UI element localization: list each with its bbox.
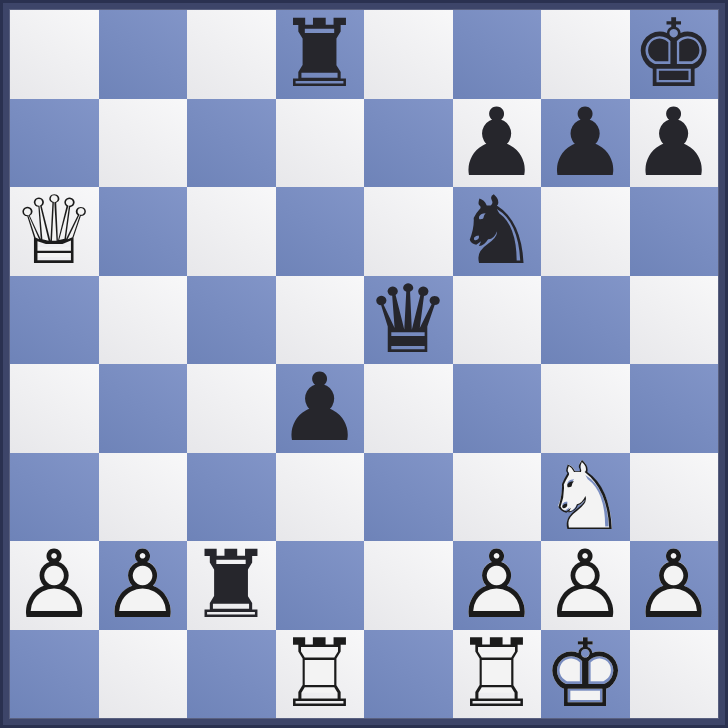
square-e8[interactable] — [364, 10, 453, 99]
black-knight-icon: ♞ — [453, 187, 542, 276]
piece-white-queen[interactable]: ♛♕ — [10, 187, 99, 276]
square-a6[interactable]: ♛♕ — [10, 187, 99, 276]
square-a4[interactable] — [10, 364, 99, 453]
piece-white-knight[interactable]: ♞♘ — [541, 453, 630, 542]
square-e5[interactable]: ♛ — [364, 276, 453, 365]
black-king-icon: ♚ — [630, 10, 719, 99]
white-rook-outline-icon: ♖ — [276, 630, 365, 719]
piece-white-pawn[interactable]: ♟♙ — [99, 541, 188, 630]
piece-white-rook[interactable]: ♜♖ — [453, 630, 542, 719]
square-e2[interactable] — [364, 541, 453, 630]
square-c6[interactable] — [187, 187, 276, 276]
square-g1[interactable]: ♚♔ — [541, 630, 630, 719]
piece-black-king[interactable]: ♚ — [630, 10, 719, 99]
piece-black-pawn[interactable]: ♟ — [630, 99, 719, 188]
square-e3[interactable] — [364, 453, 453, 542]
white-pawn-outline-icon: ♙ — [541, 541, 630, 630]
square-h7[interactable]: ♟ — [630, 99, 719, 188]
square-c2[interactable]: ♜ — [187, 541, 276, 630]
square-f3[interactable] — [453, 453, 542, 542]
square-a8[interactable] — [10, 10, 99, 99]
square-f7[interactable]: ♟ — [453, 99, 542, 188]
black-rook-icon: ♜ — [276, 10, 365, 99]
white-pawn-icon: ♟ — [453, 541, 542, 630]
square-h3[interactable] — [630, 453, 719, 542]
white-king-icon: ♚ — [541, 630, 630, 719]
piece-black-pawn[interactable]: ♟ — [541, 99, 630, 188]
square-d1[interactable]: ♜♖ — [276, 630, 365, 719]
square-f1[interactable]: ♜♖ — [453, 630, 542, 719]
square-g5[interactable] — [541, 276, 630, 365]
piece-black-pawn[interactable]: ♟ — [453, 99, 542, 188]
board-border: ♜♚♟♟♟♛♕♞♛♟♞♘♟♙♟♙♜♟♙♟♙♟♙♜♖♜♖♚♔ — [0, 0, 728, 728]
square-b6[interactable] — [99, 187, 188, 276]
piece-black-pawn[interactable]: ♟ — [276, 364, 365, 453]
piece-black-queen[interactable]: ♛ — [364, 276, 453, 365]
white-knight-outline-icon: ♘ — [541, 453, 630, 542]
square-d8[interactable]: ♜ — [276, 10, 365, 99]
square-c3[interactable] — [187, 453, 276, 542]
square-a3[interactable] — [10, 453, 99, 542]
square-c8[interactable] — [187, 10, 276, 99]
piece-black-rook[interactable]: ♜ — [187, 541, 276, 630]
white-rook-icon: ♜ — [276, 630, 365, 719]
square-g6[interactable] — [541, 187, 630, 276]
black-pawn-icon: ♟ — [541, 99, 630, 188]
square-b3[interactable] — [99, 453, 188, 542]
square-b1[interactable] — [99, 630, 188, 719]
white-pawn-outline-icon: ♙ — [99, 541, 188, 630]
square-b2[interactable]: ♟♙ — [99, 541, 188, 630]
square-c5[interactable] — [187, 276, 276, 365]
square-a2[interactable]: ♟♙ — [10, 541, 99, 630]
square-d7[interactable] — [276, 99, 365, 188]
black-pawn-icon: ♟ — [276, 364, 365, 453]
square-h6[interactable] — [630, 187, 719, 276]
square-e1[interactable] — [364, 630, 453, 719]
white-king-outline-icon: ♔ — [541, 630, 630, 719]
square-e6[interactable] — [364, 187, 453, 276]
square-d3[interactable] — [276, 453, 365, 542]
square-e7[interactable] — [364, 99, 453, 188]
black-rook-icon: ♜ — [187, 541, 276, 630]
piece-white-pawn[interactable]: ♟♙ — [453, 541, 542, 630]
white-rook-icon: ♜ — [453, 630, 542, 719]
piece-white-king[interactable]: ♚♔ — [541, 630, 630, 719]
square-h8[interactable]: ♚ — [630, 10, 719, 99]
square-h2[interactable]: ♟♙ — [630, 541, 719, 630]
square-b4[interactable] — [99, 364, 188, 453]
square-g2[interactable]: ♟♙ — [541, 541, 630, 630]
white-queen-outline-icon: ♕ — [10, 187, 99, 276]
square-b7[interactable] — [99, 99, 188, 188]
square-g4[interactable] — [541, 364, 630, 453]
square-f4[interactable] — [453, 364, 542, 453]
chess-board: ♜♚♟♟♟♛♕♞♛♟♞♘♟♙♟♙♜♟♙♟♙♟♙♜♖♜♖♚♔ — [10, 10, 718, 718]
square-g7[interactable]: ♟ — [541, 99, 630, 188]
white-rook-outline-icon: ♖ — [453, 630, 542, 719]
square-a5[interactable] — [10, 276, 99, 365]
square-a7[interactable] — [10, 99, 99, 188]
piece-white-pawn[interactable]: ♟♙ — [541, 541, 630, 630]
piece-black-rook[interactable]: ♜ — [276, 10, 365, 99]
white-queen-icon: ♛ — [10, 187, 99, 276]
square-b5[interactable] — [99, 276, 188, 365]
square-g3[interactable]: ♞♘ — [541, 453, 630, 542]
white-pawn-icon: ♟ — [541, 541, 630, 630]
square-d2[interactable] — [276, 541, 365, 630]
piece-black-knight[interactable]: ♞ — [453, 187, 542, 276]
square-b8[interactable] — [99, 10, 188, 99]
square-c4[interactable] — [187, 364, 276, 453]
piece-white-pawn[interactable]: ♟♙ — [10, 541, 99, 630]
white-pawn-outline-icon: ♙ — [10, 541, 99, 630]
white-pawn-icon: ♟ — [10, 541, 99, 630]
square-c7[interactable] — [187, 99, 276, 188]
square-h1[interactable] — [630, 630, 719, 719]
square-e4[interactable] — [364, 364, 453, 453]
black-pawn-icon: ♟ — [630, 99, 719, 188]
piece-white-pawn[interactable]: ♟♙ — [630, 541, 719, 630]
square-a1[interactable] — [10, 630, 99, 719]
square-d4[interactable]: ♟ — [276, 364, 365, 453]
white-pawn-icon: ♟ — [99, 541, 188, 630]
square-h5[interactable] — [630, 276, 719, 365]
square-f6[interactable]: ♞ — [453, 187, 542, 276]
white-knight-icon: ♞ — [541, 453, 630, 542]
square-c1[interactable] — [187, 630, 276, 719]
black-pawn-icon: ♟ — [453, 99, 542, 188]
square-d5[interactable] — [276, 276, 365, 365]
square-f8[interactable] — [453, 10, 542, 99]
black-queen-icon: ♛ — [364, 276, 453, 365]
square-f2[interactable]: ♟♙ — [453, 541, 542, 630]
square-f5[interactable] — [453, 276, 542, 365]
square-g8[interactable] — [541, 10, 630, 99]
square-d6[interactable] — [276, 187, 365, 276]
square-h4[interactable] — [630, 364, 719, 453]
white-pawn-outline-icon: ♙ — [630, 541, 719, 630]
piece-white-rook[interactable]: ♜♖ — [276, 630, 365, 719]
white-pawn-outline-icon: ♙ — [453, 541, 542, 630]
white-pawn-icon: ♟ — [630, 541, 719, 630]
